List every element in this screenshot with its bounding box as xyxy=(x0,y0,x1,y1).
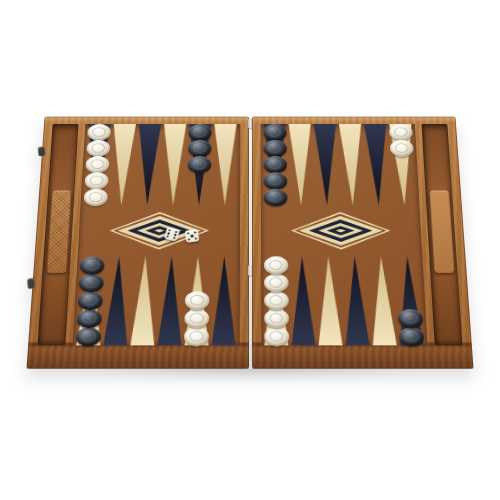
point-11[interactable] xyxy=(102,256,133,345)
product-photo-background xyxy=(0,0,500,500)
light-triangle xyxy=(213,124,237,205)
point-15[interactable] xyxy=(134,124,162,205)
light-triangle xyxy=(109,124,136,205)
black-checker-stack xyxy=(263,124,287,205)
white-checker[interactable] xyxy=(85,172,109,189)
die-pip xyxy=(173,237,176,240)
black-checker[interactable] xyxy=(77,309,103,328)
dark-triangle xyxy=(211,256,236,345)
dark-triangle xyxy=(313,124,339,205)
black-checker[interactable] xyxy=(79,273,104,292)
point-9[interactable] xyxy=(156,256,185,345)
quadrant-top-right xyxy=(262,124,417,205)
black-checker[interactable] xyxy=(263,188,287,205)
white-checker[interactable] xyxy=(390,140,414,157)
left-checker-tray xyxy=(37,124,78,345)
left-tray-block xyxy=(46,190,70,272)
white-checker[interactable] xyxy=(85,156,109,173)
black-checker[interactable] xyxy=(80,256,105,274)
black-checker[interactable] xyxy=(188,140,211,157)
black-checker[interactable] xyxy=(263,156,286,173)
die-pip xyxy=(194,234,197,236)
dark-triangle xyxy=(103,256,132,345)
point-19[interactable] xyxy=(262,124,288,205)
board-left-half xyxy=(26,117,248,369)
black-checker-stack xyxy=(398,309,425,345)
light-triangle xyxy=(369,256,398,345)
black-checker[interactable] xyxy=(78,291,103,310)
light-triangle xyxy=(288,124,313,205)
dark-triangle xyxy=(290,256,316,345)
scene xyxy=(35,96,465,376)
left-clasp-bottom-icon xyxy=(27,278,35,289)
white-checker[interactable] xyxy=(264,309,289,328)
dark-triangle xyxy=(364,124,391,205)
point-18[interactable] xyxy=(212,124,238,205)
dark-triangle xyxy=(342,256,370,345)
backgammon-case xyxy=(26,117,473,369)
point-1[interactable] xyxy=(394,256,425,345)
black-checker-stack xyxy=(188,124,212,172)
point-3[interactable] xyxy=(341,256,371,345)
light-triangle xyxy=(161,124,187,205)
point-22[interactable] xyxy=(337,124,365,205)
right-playing-field xyxy=(260,124,427,345)
die-right[interactable] xyxy=(185,229,199,242)
point-5[interactable] xyxy=(289,256,317,345)
point-10[interactable] xyxy=(129,256,159,345)
point-16[interactable] xyxy=(160,124,188,205)
white-checker[interactable] xyxy=(184,309,209,328)
white-checker-stack xyxy=(389,124,414,156)
black-checker-stack xyxy=(76,256,105,345)
die-pip xyxy=(188,238,191,240)
black-checker[interactable] xyxy=(263,172,287,189)
point-6[interactable] xyxy=(263,256,290,345)
die-left[interactable] xyxy=(164,227,180,241)
black-checker[interactable] xyxy=(398,309,424,328)
right-diamond-inlay xyxy=(291,212,392,250)
point-17[interactable] xyxy=(186,124,213,205)
quadrant-top-left xyxy=(83,124,238,205)
point-14[interactable] xyxy=(108,124,137,205)
black-checker[interactable] xyxy=(263,140,286,157)
quadrant-bottom-right xyxy=(263,256,426,345)
point-13[interactable] xyxy=(83,124,113,205)
black-checker[interactable] xyxy=(263,124,286,141)
light-triangle xyxy=(316,256,343,345)
point-24[interactable] xyxy=(388,124,418,205)
white-checker[interactable] xyxy=(184,327,209,346)
white-checker[interactable] xyxy=(185,291,210,310)
white-checker[interactable] xyxy=(84,188,108,205)
white-checker[interactable] xyxy=(87,124,111,141)
white-checker[interactable] xyxy=(264,256,288,274)
white-checker[interactable] xyxy=(264,327,289,346)
point-8[interactable] xyxy=(183,256,211,345)
quadrant-bottom-left xyxy=(75,256,238,345)
white-checker[interactable] xyxy=(389,124,413,141)
white-checker[interactable] xyxy=(264,291,289,310)
board-right-half xyxy=(251,117,473,369)
black-checker[interactable] xyxy=(188,156,212,173)
point-7[interactable] xyxy=(210,256,237,345)
point-23[interactable] xyxy=(363,124,392,205)
point-21[interactable] xyxy=(312,124,340,205)
white-checker-stack xyxy=(264,256,289,345)
light-triangle xyxy=(338,124,364,205)
black-checker[interactable] xyxy=(399,327,425,346)
white-checker[interactable] xyxy=(264,273,288,292)
black-checker[interactable] xyxy=(188,124,211,141)
white-checker[interactable] xyxy=(86,140,110,157)
black-checker[interactable] xyxy=(76,327,102,346)
left-clasp-top-icon xyxy=(38,147,46,157)
point-4[interactable] xyxy=(315,256,344,345)
dice-pair xyxy=(165,228,198,240)
point-12[interactable] xyxy=(75,256,106,345)
die-pip xyxy=(174,234,177,236)
right-tray-block xyxy=(429,190,453,272)
die-pip xyxy=(195,237,198,239)
point-20[interactable] xyxy=(287,124,314,205)
white-checker-stack xyxy=(84,124,112,205)
die-pip xyxy=(191,235,194,237)
die-pip xyxy=(191,238,194,240)
left-playing-field xyxy=(73,124,240,345)
white-checker-stack xyxy=(184,291,209,345)
dark-triangle xyxy=(157,256,184,345)
light-triangle xyxy=(130,256,158,345)
right-checker-tray xyxy=(421,124,462,345)
dark-triangle xyxy=(135,124,161,205)
